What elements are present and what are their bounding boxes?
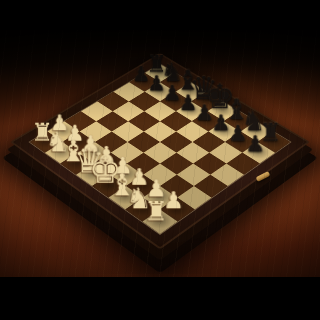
game-screenshot: ♜♞♝♛♚♝♞♜♟♟♟♟♟♟♟♟♟♟♟♟♟♟♟♟♜♞♝♛♚♝♞♜: [0, 0, 320, 320]
white-rook[interactable]: ♜: [144, 197, 168, 224]
photo-area: ♜♞♝♛♚♝♞♜♟♟♟♟♟♟♟♟♟♟♟♟♟♟♟♟♜♞♝♛♚♝♞♜: [0, 30, 320, 277]
scene: ♜♞♝♛♚♝♞♜♟♟♟♟♟♟♟♟♟♟♟♟♟♟♟♟♜♞♝♛♚♝♞♜: [0, 30, 320, 277]
board-grid: ♜♞♝♛♚♝♞♜♟♟♟♟♟♟♟♟♟♟♟♟♟♟♟♟♜♞♝♛♚♝♞♜: [28, 63, 291, 235]
chess-board: ♜♞♝♛♚♝♞♜♟♟♟♟♟♟♟♟♟♟♟♟♟♟♟♟♜♞♝♛♚♝♞♜: [10, 53, 310, 249]
letterbox-top: [0, 0, 320, 30]
letterbox-bottom: [0, 277, 320, 320]
square-h1[interactable]: ♜: [142, 209, 177, 233]
black-pawn[interactable]: ♟: [245, 133, 265, 155]
